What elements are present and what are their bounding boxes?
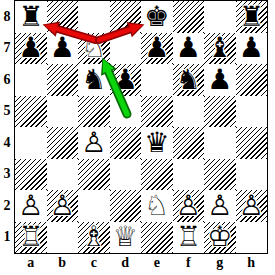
white-knight-c7: ♞♘ [78, 33, 110, 65]
square-c6[interactable]: ♞ [78, 64, 110, 96]
square-b1[interactable] [47, 222, 79, 254]
square-a5[interactable] [15, 96, 47, 128]
black-pawn-h7: ♟ [236, 33, 268, 65]
square-e8[interactable]: ♚ [141, 1, 173, 33]
square-e5[interactable] [141, 96, 173, 128]
square-e3[interactable] [141, 159, 173, 191]
black-pawn-d6: ♟ [110, 64, 142, 96]
square-h4[interactable] [236, 127, 268, 159]
rank-label-6: 6 [0, 64, 14, 96]
square-e6[interactable] [141, 64, 173, 96]
square-f1[interactable]: ♜♖ [173, 222, 205, 254]
square-c1[interactable]: ♝♗ [78, 222, 110, 254]
black-knight-f6: ♞ [173, 64, 205, 96]
square-g5[interactable] [204, 96, 236, 128]
square-e4[interactable]: ♛ [141, 127, 173, 159]
file-label-g: g [204, 255, 236, 275]
white-pawn-g2: ♟♙ [204, 190, 236, 222]
square-h8[interactable]: ♜ [236, 1, 268, 33]
square-d8[interactable] [110, 1, 142, 33]
square-b8[interactable] [47, 1, 79, 33]
square-h2[interactable]: ♟♙ [236, 190, 268, 222]
square-d1[interactable]: ♛♕ [110, 222, 142, 254]
square-f2[interactable]: ♟♙ [173, 190, 205, 222]
black-pawn-a7: ♟ [15, 33, 47, 65]
white-bishop-c1: ♝♗ [78, 222, 110, 254]
square-c7[interactable]: ♞♘ [78, 33, 110, 65]
square-h7[interactable]: ♟ [236, 33, 268, 65]
square-c8[interactable] [78, 1, 110, 33]
square-g3[interactable] [204, 159, 236, 191]
square-c5[interactable] [78, 96, 110, 128]
square-f7[interactable]: ♟ [173, 33, 205, 65]
square-h5[interactable] [236, 96, 268, 128]
square-b5[interactable] [47, 96, 79, 128]
square-h1[interactable] [236, 222, 268, 254]
square-c2[interactable] [78, 190, 110, 222]
white-queen-d1: ♛♕ [110, 222, 142, 254]
file-label-a: a [15, 255, 47, 275]
white-pawn-b2: ♟♙ [47, 190, 79, 222]
square-c3[interactable] [78, 159, 110, 191]
square-g1[interactable]: ♚♔ [204, 222, 236, 254]
black-rook-a8: ♜ [15, 1, 47, 33]
square-g4[interactable] [204, 127, 236, 159]
square-d7[interactable] [110, 33, 142, 65]
file-labels: abcdefgh [15, 255, 267, 275]
black-pawn-b7: ♟ [47, 33, 79, 65]
rank-label-4: 4 [0, 127, 14, 159]
file-label-f: f [173, 255, 205, 275]
rank-label-7: 7 [0, 33, 14, 65]
square-b6[interactable] [47, 64, 79, 96]
white-rook-a1: ♜♖ [15, 222, 47, 254]
black-knight-c6: ♞ [78, 64, 110, 96]
square-g7[interactable]: ♝ [204, 33, 236, 65]
black-king-e8: ♚ [141, 1, 173, 33]
square-e7[interactable]: ♟ [141, 33, 173, 65]
file-label-h: h [236, 255, 268, 275]
square-c4[interactable]: ♟♙ [78, 127, 110, 159]
square-f6[interactable]: ♞ [173, 64, 205, 96]
chess-diagram: 87654321 ♜♚♜♟♟♞♘♟♟♝♟♞♟♞♟♟♙♛♟♙♟♙♞♘♟♙♟♙♟♙♜… [0, 0, 275, 275]
square-b3[interactable] [47, 159, 79, 191]
square-h3[interactable] [236, 159, 268, 191]
rank-label-3: 3 [0, 159, 14, 191]
square-a4[interactable] [15, 127, 47, 159]
rank-labels: 87654321 [0, 1, 14, 253]
square-f5[interactable] [173, 96, 205, 128]
black-pawn-g6: ♟ [204, 64, 236, 96]
square-a7[interactable]: ♟ [15, 33, 47, 65]
white-pawn-a2: ♟♙ [15, 190, 47, 222]
file-label-b: b [47, 255, 79, 275]
black-rook-h8: ♜ [236, 1, 268, 33]
rank-label-8: 8 [0, 1, 14, 33]
square-a3[interactable] [15, 159, 47, 191]
square-g6[interactable]: ♟ [204, 64, 236, 96]
square-d2[interactable] [110, 190, 142, 222]
square-d3[interactable] [110, 159, 142, 191]
square-b4[interactable] [47, 127, 79, 159]
black-pawn-f7: ♟ [173, 33, 205, 65]
white-pawn-f2: ♟♙ [173, 190, 205, 222]
rank-label-5: 5 [0, 96, 14, 128]
square-a6[interactable] [15, 64, 47, 96]
white-pawn-h2: ♟♙ [236, 190, 268, 222]
rank-label-1: 1 [0, 222, 14, 254]
white-king-g1: ♚♔ [204, 222, 236, 254]
file-label-d: d [110, 255, 142, 275]
file-label-e: e [141, 255, 173, 275]
square-h6[interactable] [236, 64, 268, 96]
black-queen-e4: ♛ [141, 127, 173, 159]
white-knight-e2: ♞♘ [141, 190, 173, 222]
square-a2[interactable]: ♟♙ [15, 190, 47, 222]
square-g2[interactable]: ♟♙ [204, 190, 236, 222]
square-b7[interactable]: ♟ [47, 33, 79, 65]
file-label-c: c [78, 255, 110, 275]
square-a1[interactable]: ♜♖ [15, 222, 47, 254]
black-pawn-e7: ♟ [141, 33, 173, 65]
square-e2[interactable]: ♞♘ [141, 190, 173, 222]
black-bishop-g7: ♝ [204, 33, 236, 65]
square-d5[interactable] [110, 96, 142, 128]
square-a8[interactable]: ♜ [15, 1, 47, 33]
white-pawn-c4: ♟♙ [78, 127, 110, 159]
square-f4[interactable] [173, 127, 205, 159]
square-e1[interactable] [141, 222, 173, 254]
square-f8[interactable] [173, 1, 205, 33]
rank-label-2: 2 [0, 190, 14, 222]
square-d4[interactable] [110, 127, 142, 159]
white-rook-f1: ♜♖ [173, 222, 205, 254]
square-f3[interactable] [173, 159, 205, 191]
square-d6[interactable]: ♟ [110, 64, 142, 96]
chess-board: ♜♚♜♟♟♞♘♟♟♝♟♞♟♞♟♟♙♛♟♙♟♙♞♘♟♙♟♙♟♙♜♖♝♗♛♕♜♖♚♔ [14, 0, 268, 254]
square-g8[interactable] [204, 1, 236, 33]
square-b2[interactable]: ♟♙ [47, 190, 79, 222]
